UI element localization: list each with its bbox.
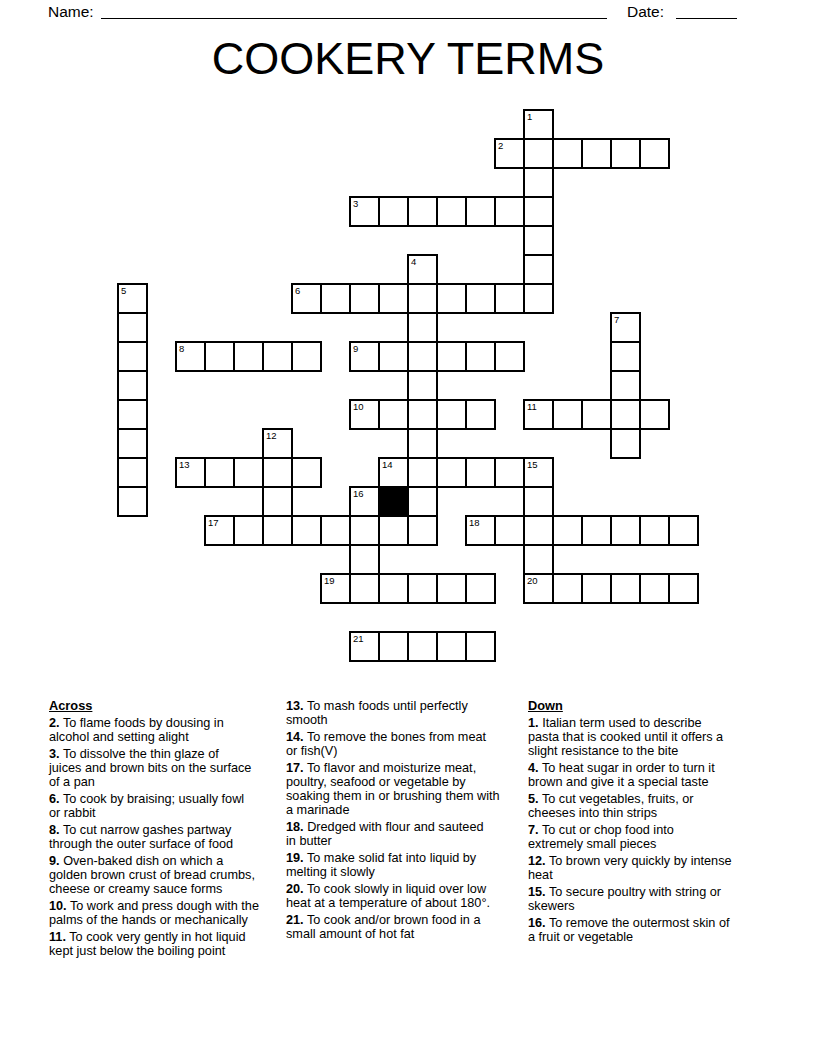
clue-text: To flame foods by dousing in alcohol and… (49, 716, 224, 744)
grid-cell[interactable] (407, 283, 438, 314)
grid-cell[interactable] (291, 515, 322, 546)
grid-cell[interactable] (262, 457, 293, 488)
clue-text: To cut narrow gashes partway through the… (49, 823, 233, 851)
cell-number: 11 (527, 402, 537, 411)
cell-number: 1 (527, 112, 532, 121)
grid-cell[interactable] (117, 399, 148, 430)
clues-column-across-2: 13. To mash foods until perfectly smooth… (286, 699, 526, 944)
clue-text: Oven-baked dish on which a golden brown … (49, 854, 255, 896)
grid-cell[interactable] (523, 138, 554, 169)
grid-cell[interactable] (523, 544, 554, 575)
grid-cell[interactable]: 17 (204, 515, 235, 546)
grid-cell[interactable]: 18 (465, 515, 496, 546)
name-label: Name: (48, 3, 94, 21)
grid-cell[interactable] (465, 573, 496, 604)
clue-19: 19. To make solid fat into liquid by mel… (286, 851, 526, 879)
grid-cell[interactable] (407, 515, 438, 546)
clue-4: 4. To heat sugar in order to turn it bro… (528, 761, 768, 789)
grid-cell[interactable] (465, 457, 496, 488)
cell-number: 3 (353, 199, 358, 208)
clue-number: 1. (528, 716, 539, 730)
grid-cell[interactable] (204, 457, 235, 488)
clue-10: 10. To work and press dough with the pal… (49, 899, 287, 927)
clue-14: 14. To remove the bones from meat or fis… (286, 730, 526, 758)
date-blank-line (676, 0, 737, 19)
grid-cell[interactable] (407, 631, 438, 662)
clue-number: 13. (286, 699, 304, 713)
grid-cell[interactable] (233, 457, 264, 488)
clue-text: To brown very quickly by intense heat (528, 854, 732, 882)
grid-cell[interactable] (639, 399, 670, 430)
grid-cell[interactable] (639, 515, 670, 546)
down-header: Down (528, 699, 768, 713)
grid-cell[interactable] (204, 341, 235, 372)
grid-cell[interactable] (523, 283, 554, 314)
grid-cell[interactable]: 4 (407, 254, 438, 285)
clue-number: 4. (528, 761, 539, 775)
grid-cell[interactable] (523, 225, 554, 256)
cell-number: 4 (411, 257, 416, 266)
grid-cell[interactable] (233, 515, 264, 546)
down-clues: 1. Italian term used to describe pasta t… (528, 716, 768, 944)
clue-text: To secure poultry with string or skewers (528, 885, 721, 913)
clue-text: To cut vegetables, fruits, or cheeses in… (528, 792, 694, 820)
grid-cell[interactable] (407, 312, 438, 343)
black-cell (378, 486, 409, 517)
clue-number: 9. (49, 854, 60, 868)
clue-16: 16. To remove the outermost skin of a fr… (528, 916, 768, 944)
grid-cell[interactable] (610, 573, 641, 604)
grid-cell[interactable]: 20 (523, 573, 554, 604)
grid-cell[interactable] (233, 341, 264, 372)
cell-number: 9 (353, 344, 358, 353)
cell-number: 6 (295, 286, 300, 295)
cell-number: 18 (469, 518, 480, 527)
clue-number: 21. (286, 913, 304, 927)
grid-cell[interactable] (523, 486, 554, 517)
grid-cell[interactable] (407, 428, 438, 459)
grid-cell[interactable] (436, 196, 467, 227)
grid-cell[interactable]: 13 (175, 457, 206, 488)
grid-cell[interactable] (610, 428, 641, 459)
clue-text: Italian term used to describe pasta that… (528, 716, 723, 758)
grid-cell[interactable] (291, 341, 322, 372)
clue-number: 11. (49, 930, 66, 944)
grid-cell[interactable] (117, 457, 148, 488)
clue-text: To heat sugar in order to turn it brown … (528, 761, 715, 789)
clue-number: 3. (49, 747, 60, 761)
crossword-grid: 123456789101112131415201617181921 (117, 109, 699, 662)
grid-cell[interactable] (349, 283, 380, 314)
grid-cell[interactable] (349, 573, 380, 604)
grid-cell[interactable] (552, 515, 583, 546)
clue-number: 16. (528, 916, 546, 930)
clue-8: 8. To cut narrow gashes partway through … (49, 823, 287, 851)
clue-2: 2. To flame foods by dousing in alcohol … (49, 716, 287, 744)
grid-cell[interactable] (349, 515, 380, 546)
grid-cell[interactable] (320, 515, 351, 546)
clue-12: 12. To brown very quickly by intense hea… (528, 854, 768, 882)
clues-column-across-1: Across 2. To flame foods by dousing in a… (49, 699, 287, 961)
grid-cell[interactable]: 2 (494, 138, 525, 169)
grid-cell[interactable] (378, 515, 409, 546)
clue-number: 10. (49, 899, 67, 913)
cell-number: 15 (527, 460, 538, 469)
grid-cell[interactable] (639, 573, 670, 604)
grid-cell[interactable] (117, 428, 148, 459)
grid-cell[interactable] (378, 631, 409, 662)
clue-text: Dredged with flour and sauteed in butter (286, 820, 484, 848)
grid-cell[interactable]: 8 (175, 341, 206, 372)
grid-cell[interactable] (581, 515, 612, 546)
grid-cell[interactable] (262, 341, 293, 372)
grid-cell[interactable] (465, 341, 496, 372)
clue-text: To remove the bones from meat or fish(V) (286, 730, 486, 758)
grid-cell[interactable] (378, 283, 409, 314)
clue-text: To flavor and moisturize meat, poultry, … (286, 761, 500, 817)
clue-text: To cook slowly in liquid over low heat a… (286, 882, 490, 910)
grid-cell[interactable] (523, 254, 554, 285)
grid-cell[interactable] (407, 341, 438, 372)
clue-number: 7. (528, 823, 539, 837)
clue-number: 6. (49, 792, 60, 806)
grid-cell[interactable] (494, 196, 525, 227)
cell-number: 21 (353, 634, 364, 643)
grid-cell[interactable] (523, 196, 554, 227)
clue-number: 20. (286, 882, 304, 896)
grid-cell[interactable]: 1 (523, 109, 554, 140)
grid-cell[interactable] (349, 544, 380, 575)
grid-cell[interactable]: 10 (349, 399, 380, 430)
clue-text: To cook by braising; usually fowl or rab… (49, 792, 244, 820)
grid-cell[interactable] (407, 196, 438, 227)
grid-cell[interactable] (436, 399, 467, 430)
clue-text: To cook very gently in hot liquid kept j… (49, 930, 246, 958)
grid-cell[interactable]: 3 (349, 196, 380, 227)
clue-13: 13. To mash foods until perfectly smooth (286, 699, 526, 727)
grid-cell[interactable]: 11 (523, 399, 554, 430)
clue-1: 1. Italian term used to describe pasta t… (528, 716, 768, 758)
clue-number: 2. (49, 716, 60, 730)
grid-cell[interactable] (552, 399, 583, 430)
cell-number: 5 (121, 286, 126, 295)
across-clues-part-2: 13. To mash foods until perfectly smooth… (286, 699, 526, 941)
clue-number: 8. (49, 823, 60, 837)
grid-cell[interactable] (117, 341, 148, 372)
clue-number: 18. (286, 820, 304, 834)
grid-cell[interactable] (552, 138, 583, 169)
clue-number: 17. (286, 761, 304, 775)
grid-cell[interactable] (262, 486, 293, 517)
cell-number: 8 (179, 344, 184, 353)
grid-cell[interactable] (378, 341, 409, 372)
grid-cell[interactable] (117, 486, 148, 517)
grid-cell[interactable] (465, 399, 496, 430)
grid-cell[interactable]: 6 (291, 283, 322, 314)
cell-number: 14 (382, 460, 393, 469)
cell-number: 16 (353, 489, 364, 498)
date-label: Date: (627, 3, 664, 21)
page-title: COOKERY TERMS (0, 34, 816, 84)
grid-cell[interactable] (378, 196, 409, 227)
clue-5: 5. To cut vegetables, fruits, or cheeses… (528, 792, 768, 820)
grid-cell[interactable]: 21 (349, 631, 380, 662)
cell-number: 20 (527, 576, 538, 585)
grid-cell[interactable] (378, 399, 409, 430)
clue-17: 17. To flavor and moisturize meat, poult… (286, 761, 526, 817)
grid-cell[interactable] (494, 457, 525, 488)
grid-cell[interactable] (117, 312, 148, 343)
grid-cell[interactable] (407, 573, 438, 604)
grid-cell[interactable] (494, 515, 525, 546)
grid-cell[interactable]: 16 (349, 486, 380, 517)
grid-cell[interactable] (407, 399, 438, 430)
clue-text: To dissolve the thin glaze of juices and… (49, 747, 251, 789)
clue-6: 6. To cook by braising; usually fowl or … (49, 792, 287, 820)
clues-column-down: Down 1. Italian term used to describe pa… (528, 699, 768, 947)
grid-cell[interactable] (465, 283, 496, 314)
clue-number: 12. (528, 854, 546, 868)
grid-cell[interactable]: 7 (610, 312, 641, 343)
grid-cell[interactable]: 5 (117, 283, 148, 314)
name-blank-line (101, 0, 607, 19)
grid-cell[interactable] (291, 457, 322, 488)
grid-cell[interactable] (552, 573, 583, 604)
grid-cell[interactable]: 12 (262, 428, 293, 459)
grid-cell[interactable] (436, 631, 467, 662)
clue-number: 15. (528, 885, 546, 899)
clue-number: 14. (286, 730, 304, 744)
grid-cell[interactable] (407, 486, 438, 517)
grid-cell[interactable] (436, 283, 467, 314)
grid-cell[interactable] (523, 167, 554, 198)
grid-cell[interactable] (262, 515, 293, 546)
clue-15: 15. To secure poultry with string or ske… (528, 885, 768, 913)
clue-text: To work and press dough with the palms o… (49, 899, 259, 927)
across-clues-part-1: 2. To flame foods by dousing in alcohol … (49, 716, 287, 958)
clue-11: 11. To cook very gently in hot liquid ke… (49, 930, 287, 958)
grid-cell[interactable] (581, 573, 612, 604)
grid-cell[interactable]: 19 (320, 573, 351, 604)
cell-number: 13 (179, 460, 190, 469)
grid-cell[interactable] (320, 283, 351, 314)
grid-cell[interactable] (494, 283, 525, 314)
clue-20: 20. To cook slowly in liquid over low he… (286, 882, 526, 910)
cell-number: 12 (266, 431, 277, 440)
across-header: Across (49, 699, 287, 713)
grid-cell[interactable] (581, 138, 612, 169)
clue-text: To remove the outermost skin of a fruit … (528, 916, 729, 944)
clue-text: To mash foods until perfectly smooth (286, 699, 468, 727)
grid-cell[interactable] (581, 399, 612, 430)
grid-cell[interactable] (523, 515, 554, 546)
grid-cell[interactable] (610, 515, 641, 546)
cell-number: 10 (353, 402, 364, 411)
clue-18: 18. Dredged with flour and sauteed in bu… (286, 820, 526, 848)
worksheet-page: Name: Date: COOKERY TERMS 12345678910111… (0, 0, 816, 1056)
cell-number: 2 (498, 141, 503, 150)
grid-cell[interactable] (407, 370, 438, 401)
clue-7: 7. To cut or chop food into extremely sm… (528, 823, 768, 851)
clue-number: 19. (286, 851, 304, 865)
grid-cell[interactable] (668, 573, 699, 604)
clue-text: To make solid fat into liquid by melting… (286, 851, 476, 879)
cell-number: 17 (208, 518, 219, 527)
grid-cell[interactable] (436, 457, 467, 488)
cell-number: 7 (614, 315, 619, 324)
grid-cell[interactable] (436, 573, 467, 604)
grid-cell[interactable] (668, 515, 699, 546)
grid-cell[interactable] (378, 573, 409, 604)
grid-cell[interactable] (610, 341, 641, 372)
clue-text: To cut or chop food into extremely small… (528, 823, 674, 851)
grid-cell[interactable]: 9 (349, 341, 380, 372)
clue-9: 9. Oven-baked dish on which a golden bro… (49, 854, 287, 896)
grid-cell[interactable] (610, 399, 641, 430)
grid-cell[interactable] (436, 341, 467, 372)
clue-21: 21. To cook and/or brown food in a small… (286, 913, 526, 941)
grid-cell[interactable] (465, 631, 496, 662)
clue-text: To cook and/or brown food in a small amo… (286, 913, 480, 941)
grid-cell[interactable] (610, 138, 641, 169)
grid-cell[interactable]: 15 (523, 457, 554, 488)
clue-3: 3. To dissolve the thin glaze of juices … (49, 747, 287, 789)
clue-number: 5. (528, 792, 539, 806)
grid-cell[interactable] (465, 196, 496, 227)
grid-cell[interactable] (639, 138, 670, 169)
grid-cell[interactable] (494, 341, 525, 372)
grid-cell[interactable] (610, 370, 641, 401)
grid-cell[interactable] (407, 457, 438, 488)
grid-cell[interactable]: 14 (378, 457, 409, 488)
cell-number: 19 (324, 576, 335, 585)
grid-cell[interactable] (117, 370, 148, 401)
